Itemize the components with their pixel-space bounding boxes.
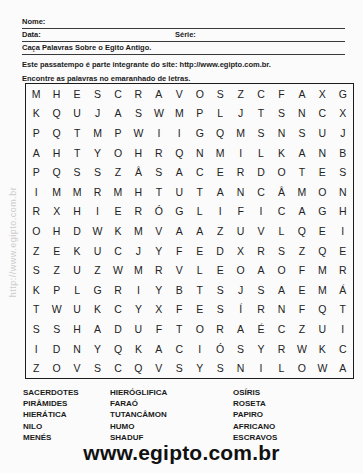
grid-cell: Z [87,260,107,280]
grid-cell: E [210,260,230,280]
word-list-item: HIERÁTICA [23,409,110,420]
grid-cell: L [190,260,210,280]
grid-cell: T [67,143,87,163]
grid-cell: Q [312,241,332,261]
grid-cell: U [67,104,87,124]
grid-cell: K [128,339,148,359]
grid-cell: W [46,300,66,320]
grid-cell: M [26,84,46,104]
grid-cell: V [67,358,87,378]
grid-cell: S [292,123,312,143]
grid-cell: S [87,162,107,182]
grid-cell: N [333,182,353,202]
grid-cell: O [190,319,210,339]
grid-cell: L [251,143,271,163]
grid-cell: I [169,123,189,143]
grid-cell: S [333,162,353,182]
grid-cell: X [46,202,66,222]
grid-cell: Q [128,358,148,378]
grid-cell: Z [210,221,230,241]
grid-cell: Z [292,319,312,339]
grid-cell: S [210,280,230,300]
grid-cell: U [312,319,332,339]
grid-cell: B [169,280,189,300]
grid-cell: U [128,319,148,339]
grid-cell: J [230,280,250,300]
grid-cell: U [312,123,332,143]
grid-cell: S [251,123,271,143]
grid-cell: U [67,300,87,320]
grid-cell: E [67,84,87,104]
grid-cell: F [149,319,169,339]
word-list-item: HUMO [110,421,233,432]
grid-cell: F [169,300,189,320]
grid-cell: L [271,358,291,378]
grid-cell: N [67,339,87,359]
grid-cell: I [190,339,210,359]
grid-cell: A [108,104,128,124]
word-list-column-1: SACERDOTESPIRÂMIDESHIERÁTICANILOMENÉS [23,387,110,443]
name-field-row: Nome: [22,16,345,29]
grid-cell: Y [87,143,107,163]
grid-cell: T [251,104,271,124]
grid-cell: I [230,143,250,163]
grid-cell: T [292,162,312,182]
grid-cell: J [333,123,353,143]
name-label: Nome: [22,17,45,26]
grid-cell: Ó [149,202,169,222]
grid-cell: T [190,280,210,300]
grid-cell: X [312,84,332,104]
grid-cell: C [169,339,189,359]
grid-cell: T [67,123,87,143]
grid-cell: G [87,280,107,300]
grid-cell: H [46,143,66,163]
side-watermark: http://www.egipto.com.br [8,147,18,337]
grid-cell: P [190,104,210,124]
grid-cell: M [128,221,148,241]
grid-cell: Z [26,358,46,378]
grid-cell: U [169,182,189,202]
grid-cell: J [87,104,107,124]
grid-cell: Q [312,300,332,320]
grid-cell: O [190,84,210,104]
word-list-item: OSÍRIS [233,387,353,398]
grid-cell: R [87,182,107,202]
grid-cell: G [312,202,332,222]
grid-cell: D [251,162,271,182]
grid-cell: D [210,241,230,261]
grid-cell: S [26,260,46,280]
grid-cell: A [292,202,312,222]
grid-cell: A [26,143,46,163]
grid-cell: I [128,280,148,300]
grid-cell: C [251,84,271,104]
grid-cell: M [87,123,107,143]
grid-cell: V [149,358,169,378]
grid-cell: V [149,221,169,241]
grid-cell: J [230,104,250,124]
grid-cell: C [271,202,291,222]
grid-cell: W [149,104,169,124]
grid-cell: V [169,260,189,280]
grid-cell: X [149,300,169,320]
grid-cell: I [26,339,46,359]
grid-cell: Q [292,221,312,241]
grid-cell: U [230,221,250,241]
grid-cell: C [312,104,332,124]
grid-cell: M [312,260,332,280]
grid-cell: L [210,104,230,124]
grid-cell: Q [169,143,189,163]
grid-cell: Y [149,241,169,261]
worksheet-page: Nome: Data: Série: Caça Palavras Sobre o… [0,0,363,473]
grid-cell: Q [46,162,66,182]
grid-cell: F [271,84,291,104]
grid-cell: M [128,260,148,280]
grid-cell: Â [271,182,291,202]
grid-cell: H [67,202,87,222]
grid-cell: N [271,300,291,320]
grid-cell: U [87,241,107,261]
grid-cell: Z [108,162,128,182]
grid-cell: D [108,319,128,339]
grid-cell: I [251,202,271,222]
grid-cell: Y [149,280,169,300]
grid-cell: D [67,221,87,241]
grid-cell: R [251,300,271,320]
grid-cell: W [128,123,148,143]
grid-cell: I [333,319,353,339]
puzzle-title-row: Caça Palavras Sobre o Egito Antigo. [22,42,345,55]
grid-cell: L [190,202,210,222]
grid-cell: O [271,162,291,182]
grid-cell: Y [190,358,210,378]
grid-cell: M [292,182,312,202]
grid-cell: X [230,241,250,261]
grid-cell: M [46,182,66,202]
grid-cell: P [46,280,66,300]
grid-cell: N [190,143,210,163]
grid-cell: A [292,143,312,163]
grid-cell: C [108,84,128,104]
grid-cell: W [312,358,332,378]
grid-cell: E [210,162,230,182]
grid-cell: G [333,84,353,104]
grid-cell: Â [128,162,148,182]
word-list-item: FARAÓ [110,398,233,409]
grid-cell: S [271,104,291,124]
grid-cell: N [230,358,250,378]
grid-cell: A [333,358,353,378]
grid-cell: C [251,182,271,202]
word-list-item: ROSETA [233,398,353,409]
grid-cell: E [312,221,332,241]
grid-cell: V [169,84,189,104]
grid-cell: H [46,84,66,104]
grid-cell: I [251,358,271,378]
grid-cell: S [67,162,87,182]
grid-cell: S [128,104,148,124]
grid-cell: H [128,143,148,163]
grid-cell: E [292,280,312,300]
grid-cell: O [26,221,46,241]
grid-cell: K [87,300,107,320]
grid-cell: W [108,260,128,280]
grid-cell: O [312,182,332,202]
word-list-item: HIERÓGLIFICA [110,387,233,398]
grid-cell: C [271,319,291,339]
grid-cell: K [26,280,46,300]
grid-cell: E [312,162,332,182]
grid-cell: R [128,202,148,222]
grid-cell: R [108,280,128,300]
word-list-item: PIRÂMIDES [23,398,110,409]
site-instruction: Este passatempo é parte integrante do si… [22,60,345,69]
grid-cell: C [108,241,128,261]
grid-cell: R [210,319,230,339]
grid-cell: H [333,202,353,222]
grid-cell: X [333,104,353,124]
grid-cell: S [87,358,107,378]
date-label: Data: [22,30,41,39]
grid-cell: K [67,241,87,261]
grid-cell: M [169,104,189,124]
grid-cell: L [67,280,87,300]
grid-cell: Y [128,300,148,320]
grid-cell: I [87,202,107,222]
word-list-column-3: OSÍRISROSETAPAPIROAFRICANOESCRAVOS [233,387,353,443]
grid-cell: C [190,162,210,182]
grid-cell: H [67,319,87,339]
grid-cell: E [108,202,128,222]
puzzle-title: Caça Palavras Sobre o Egito Antigo. [22,43,151,52]
grid-cell: É [251,319,271,339]
grid-cell: T [333,300,353,320]
grid-cell: V [251,221,271,241]
grid-cell: Z [26,241,46,261]
word-list-column-2: HIERÓGLIFICAFARAÓTUTANCÂMONHUMOSHADUF [110,387,233,443]
grid-cell: E [333,241,353,261]
grid-cell: I [333,221,353,241]
grid-cell: Ó [210,339,230,359]
grid-cell: T [190,182,210,202]
grid-cell: K [108,221,128,241]
grid-cell: H [128,182,148,202]
word-list-item: NILO [23,421,110,432]
grid-cell: S [87,84,107,104]
grid-cell: G [190,123,210,143]
grid-cell: K [271,143,291,163]
grid-cell: R [149,143,169,163]
grid-cell: O [292,358,312,378]
grid-cell: M [312,280,332,300]
grid-cell: R [128,84,148,104]
grid-cell: S [149,162,169,182]
word-list-item: SACERDOTES [23,387,110,398]
grid-cell: Q [46,104,66,124]
find-instruction: Encontre as palavras no emaranhado de le… [22,74,345,83]
grid-cell: S [46,319,66,339]
grid-cell: S [271,241,291,261]
grid-cell: C [108,358,128,378]
grid-cell: J [128,241,148,261]
grid-cell: A [169,162,189,182]
grid-cell: M [230,123,250,143]
grid-cell: Í [230,300,250,320]
grid-cell: P [26,162,46,182]
grid-cell: Z [46,260,66,280]
word-list-item: TUTANCÂMON [110,409,233,420]
grid-cell: K [312,339,332,359]
word-list: SACERDOTESPIRÂMIDESHIERÁTICANILOMENÉS HI… [23,387,353,443]
grid-cell: N [271,123,291,143]
grid-cell: M [108,182,128,202]
grid-cell: P [26,123,46,143]
grid-cell: A [271,280,291,300]
grid-cell: R [251,241,271,261]
grid-cell: F [292,260,312,280]
grid-cell: L [271,221,291,241]
grid-cell: R [333,260,353,280]
grid-cell: F [292,300,312,320]
grid-cell: T [26,300,46,320]
grid-cell: N [230,182,250,202]
grid-cell: Z [292,241,312,261]
grid-cell: I [149,123,169,143]
grid-cell: B [333,143,353,163]
grid-cell: S [210,84,230,104]
grid-cell: C [108,300,128,320]
grid-cell: T [169,319,189,339]
grid-cell: A [149,339,169,359]
grid-cell: G [169,202,189,222]
grid-cell: S [26,319,46,339]
grid-cell: S [210,300,230,320]
grid-cell: Y [87,339,107,359]
grid-cell: Y [251,339,271,359]
grid-cell: A [149,84,169,104]
grid-cell: I [26,182,46,202]
grid-cell: W [292,339,312,359]
grid-cell: U [67,260,87,280]
grid-cell: Q [108,339,128,359]
grid-cell: A [210,182,230,202]
grid-cell: O [108,143,128,163]
grid-cell: K [26,104,46,124]
grid-cell: W [87,221,107,241]
date-grade-row: Data: Série: [22,29,345,42]
grid-cell: A [169,221,189,241]
word-list-item: PAPIRO [233,409,353,420]
site-url-footer: www.egipto.com.br [0,441,363,465]
grid-cell: A [230,319,250,339]
grid-cell: E [46,241,66,261]
grid-cell: E [190,241,210,261]
grid-cell: M [210,143,230,163]
grid-cell: R [26,202,46,222]
grid-cell: O [230,260,250,280]
grid-cell: Á [333,280,353,300]
grid-cell: S [169,358,189,378]
grid-cell: N [292,104,312,124]
grid-cell: Q [210,123,230,143]
word-search-grid: MHESCRAVOSZCFAXGKQUJASWMPLJTSNCXPQTMPWII… [25,83,354,379]
grid-cell: N [312,143,332,163]
grid-cell: T [149,182,169,202]
grid-cell: O [46,358,66,378]
grid-cell: F [169,241,189,261]
grid-cell: S [210,358,230,378]
grid-cell: A [87,319,107,339]
word-list-item: AFRICANO [233,421,353,432]
grid-cell: R [271,339,291,359]
grid-cell: Q [46,123,66,143]
grid-cell: A [251,260,271,280]
grid-cell: M [67,182,87,202]
grid-cell: C [333,339,353,359]
grid-cell: H [46,221,66,241]
grid-cell: O [271,260,291,280]
grid-cell: A [292,84,312,104]
grid-cell: D [46,339,66,359]
grid-cell: R [230,162,250,182]
worksheet-header: Nome: Data: Série: Caça Palavras Sobre o… [22,16,345,83]
grid-cell: S [251,280,271,300]
grid-cell: P [108,123,128,143]
grid-cell: R [149,260,169,280]
grid-cell: F [230,202,250,222]
grid-cell: Z [230,84,250,104]
grade-label: Série: [175,29,196,41]
grid-cell: S [230,339,250,359]
grid-cell: E [190,300,210,320]
grid-cell: A [190,221,210,241]
grid-cell: I [210,202,230,222]
